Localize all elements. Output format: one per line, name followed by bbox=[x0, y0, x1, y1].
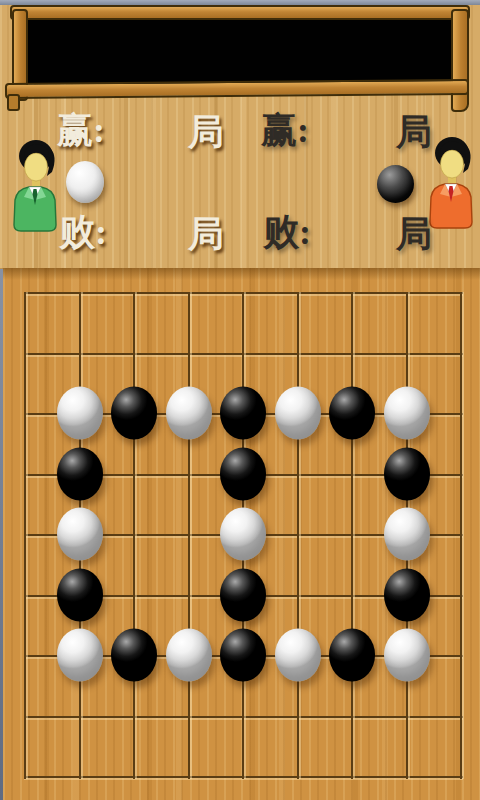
grid-line-v bbox=[351, 292, 353, 779]
left-player-avatar bbox=[7, 134, 63, 234]
stone-white[interactable] bbox=[57, 628, 103, 681]
stone-white[interactable] bbox=[57, 386, 103, 439]
grid-line-v bbox=[460, 292, 462, 779]
left-win-label: 赢: bbox=[57, 112, 105, 148]
left-loss-unit: 局 bbox=[188, 216, 224, 252]
left-win-unit: 局 bbox=[188, 114, 224, 150]
stone-black[interactable] bbox=[384, 568, 430, 621]
grid-line-v bbox=[188, 292, 190, 779]
frame-top-rail bbox=[10, 5, 470, 20]
grid-line-v bbox=[297, 292, 299, 779]
stone-black[interactable] bbox=[111, 628, 157, 681]
ad-banner[interactable] bbox=[26, 16, 453, 84]
grid-line-v bbox=[24, 292, 26, 779]
stone-white[interactable] bbox=[166, 628, 212, 681]
stone-white[interactable] bbox=[384, 507, 430, 560]
right-win-label: 赢: bbox=[261, 112, 309, 148]
stone-black[interactable] bbox=[220, 568, 266, 621]
white-stone-indicator bbox=[66, 161, 104, 203]
frame-left-hook bbox=[7, 94, 20, 111]
stone-black[interactable] bbox=[57, 568, 103, 621]
right-win-unit: 局 bbox=[396, 114, 432, 150]
stone-black[interactable] bbox=[220, 386, 266, 439]
stone-white[interactable] bbox=[57, 507, 103, 560]
stone-white[interactable] bbox=[384, 628, 430, 681]
stone-black[interactable] bbox=[329, 386, 375, 439]
grid-line-v bbox=[133, 292, 135, 779]
stone-black[interactable] bbox=[220, 447, 266, 500]
stone-white[interactable] bbox=[384, 386, 430, 439]
black-stone-indicator bbox=[377, 165, 414, 203]
left-loss-label: 败: bbox=[59, 214, 107, 250]
board-grid[interactable] bbox=[25, 293, 462, 778]
app-screen: 赢: 局 败: 局 赢: 局 败: 局 bbox=[0, 0, 480, 800]
stone-white[interactable] bbox=[166, 386, 212, 439]
stone-black[interactable] bbox=[329, 628, 375, 681]
stone-black[interactable] bbox=[220, 628, 266, 681]
frame-right-post bbox=[451, 9, 469, 112]
right-loss-label: 败: bbox=[263, 214, 311, 250]
board-panel-edge-shade bbox=[3, 268, 480, 280]
stone-white[interactable] bbox=[275, 386, 321, 439]
stone-white[interactable] bbox=[275, 628, 321, 681]
stone-black[interactable] bbox=[57, 447, 103, 500]
stone-black[interactable] bbox=[384, 447, 430, 500]
stone-black[interactable] bbox=[111, 386, 157, 439]
stone-white[interactable] bbox=[220, 507, 266, 560]
right-loss-unit: 局 bbox=[396, 216, 432, 252]
